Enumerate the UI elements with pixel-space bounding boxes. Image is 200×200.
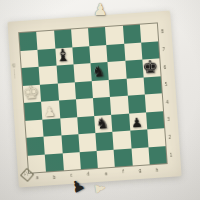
square[interactable]	[89, 45, 107, 64]
rank-label: 3	[166, 117, 171, 122]
square[interactable]	[126, 77, 144, 96]
square[interactable]	[19, 32, 37, 51]
square[interactable]	[36, 31, 54, 50]
piece-white-king-a5[interactable]: ♚	[22, 81, 41, 102]
rank-label: 1	[168, 152, 173, 157]
square[interactable]	[40, 83, 58, 102]
square[interactable]	[148, 146, 166, 165]
vinyl-chess-mat: ©····· ♘ abcdefgh87654321♝♞♚♚♟♞♟	[7, 11, 181, 188]
square[interactable]	[72, 46, 90, 65]
rank-label: 5	[163, 82, 168, 87]
square[interactable]	[44, 135, 62, 154]
square[interactable]	[97, 149, 115, 168]
square[interactable]	[147, 128, 165, 147]
square[interactable]	[45, 153, 63, 172]
square[interactable]	[59, 99, 77, 118]
square[interactable]	[122, 25, 140, 44]
square[interactable]	[124, 42, 142, 61]
square[interactable]	[61, 134, 79, 153]
square[interactable]	[78, 133, 96, 152]
square[interactable]	[140, 23, 158, 42]
chess-board	[18, 22, 168, 173]
square[interactable]	[127, 94, 145, 113]
square[interactable]	[92, 79, 110, 98]
file-label: h	[155, 167, 160, 172]
square[interactable]	[106, 43, 124, 62]
rank-label: 2	[167, 134, 172, 139]
square[interactable]	[79, 150, 97, 169]
square[interactable]	[57, 82, 75, 101]
square[interactable]	[76, 98, 94, 117]
square[interactable]	[75, 81, 93, 100]
photo-canvas: ©····· ♘ abcdefgh87654321♝♞♚♚♟♞♟ ♟ ♟ ♟	[0, 0, 200, 200]
file-label: b	[52, 174, 57, 179]
square[interactable]	[62, 152, 80, 171]
file-label: e	[103, 171, 108, 176]
square[interactable]	[27, 137, 45, 156]
square[interactable]	[95, 132, 113, 151]
file-label: d	[86, 172, 91, 177]
piece-white-pawn-b4[interactable]: ♟	[40, 102, 58, 118]
piece-black-bishop-c7[interactable]: ♝	[54, 45, 73, 65]
square[interactable]	[43, 118, 61, 137]
brand-text: ©·····	[11, 63, 17, 79]
square[interactable]	[146, 111, 164, 130]
piece-black-knight-e3[interactable]: ♞	[93, 114, 111, 132]
rank-label: 7	[161, 47, 166, 52]
rank-label: 6	[162, 64, 167, 69]
square[interactable]	[93, 97, 111, 116]
square[interactable]	[56, 64, 74, 83]
offboard-white-pawn-bottom[interactable]: ♟	[92, 182, 107, 196]
square[interactable]	[109, 78, 127, 97]
square[interactable]	[20, 49, 38, 68]
piece-black-king-h6[interactable]: ♚	[141, 55, 160, 76]
square[interactable]	[39, 66, 57, 85]
square[interactable]	[131, 147, 149, 166]
square[interactable]	[130, 129, 148, 148]
file-label: a	[34, 176, 39, 181]
piece-black-knight-e6[interactable]: ♞	[89, 62, 107, 80]
square[interactable]	[113, 131, 131, 150]
square[interactable]	[110, 96, 128, 115]
square[interactable]	[60, 117, 78, 136]
offboard-white-pawn-top[interactable]: ♟	[93, 2, 107, 18]
rank-label: 8	[160, 29, 165, 34]
rank-label: 4	[165, 99, 170, 104]
piece-black-pawn-g3[interactable]: ♟	[128, 114, 146, 130]
corner-logo: ♘	[19, 166, 34, 181]
square[interactable]	[71, 28, 89, 47]
square[interactable]	[114, 148, 132, 167]
square[interactable]	[145, 93, 163, 112]
file-label: f	[120, 170, 125, 175]
knight-logo-icon: ♘	[19, 169, 34, 178]
square[interactable]	[105, 26, 123, 45]
square[interactable]	[108, 61, 126, 80]
square[interactable]	[88, 27, 106, 46]
square[interactable]	[25, 119, 43, 138]
file-label: g	[138, 168, 143, 173]
square[interactable]	[143, 76, 161, 95]
